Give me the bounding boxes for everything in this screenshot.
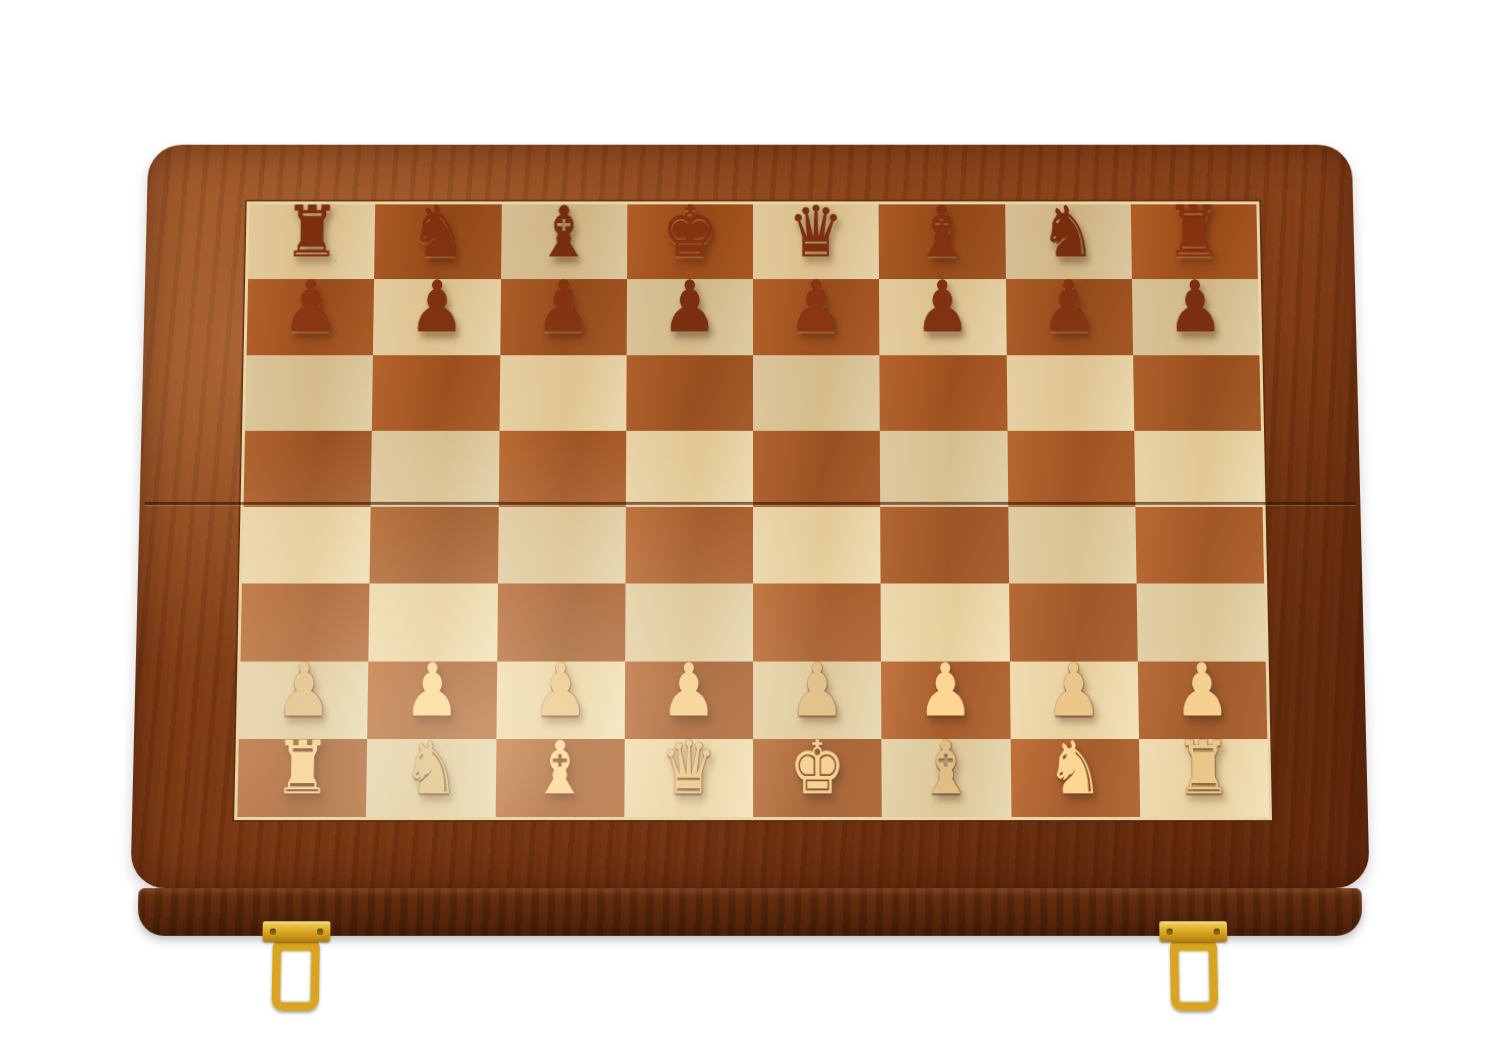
piece-white-pawn[interactable]: ♟ (1173, 654, 1231, 727)
square-g7[interactable]: ♟ (1005, 279, 1132, 354)
square-c6[interactable] (499, 355, 626, 431)
square-d1[interactable]: ♛ (624, 739, 753, 817)
piece-white-pawn[interactable]: ♟ (404, 654, 461, 727)
piece-white-pawn[interactable]: ♟ (661, 654, 718, 727)
square-h1[interactable]: ♜ (1139, 739, 1269, 817)
piece-black-pawn[interactable]: ♟ (915, 273, 971, 344)
square-a6[interactable] (245, 355, 373, 431)
brass-latch-right (1157, 921, 1230, 1011)
square-e5[interactable] (753, 431, 880, 507)
piece-white-rook[interactable]: ♜ (274, 732, 332, 806)
piece-white-pawn[interactable]: ♟ (1045, 654, 1102, 727)
square-d4[interactable] (625, 507, 753, 584)
square-c4[interactable] (497, 507, 625, 584)
piece-black-knight[interactable]: ♞ (1040, 198, 1096, 269)
square-b1[interactable]: ♞ (366, 739, 496, 817)
square-c1[interactable]: ♝ (495, 739, 624, 817)
square-h7[interactable]: ♟ (1132, 279, 1260, 354)
square-b7[interactable]: ♟ (373, 279, 500, 354)
square-f5[interactable] (880, 431, 1008, 507)
square-b6[interactable] (372, 355, 500, 431)
square-g5[interactable] (1007, 431, 1135, 507)
piece-white-pawn[interactable]: ♟ (532, 654, 589, 727)
square-c5[interactable] (498, 431, 626, 507)
piece-black-rook[interactable]: ♜ (1166, 198, 1223, 269)
piece-black-pawn[interactable]: ♟ (535, 273, 591, 344)
square-e7[interactable]: ♟ (753, 279, 880, 354)
piece-white-king[interactable]: ♚ (789, 732, 846, 806)
fold-seam (145, 502, 1356, 505)
square-b4[interactable] (370, 507, 499, 584)
latch-plate-icon (1159, 921, 1227, 942)
square-h4[interactable] (1135, 507, 1264, 584)
square-e4[interactable] (753, 507, 881, 584)
square-d5[interactable] (626, 431, 753, 507)
square-g1[interactable]: ♞ (1010, 739, 1140, 817)
square-c7[interactable]: ♟ (500, 279, 627, 354)
square-g6[interactable] (1006, 355, 1134, 431)
square-h6[interactable] (1133, 355, 1261, 431)
piece-black-queen[interactable]: ♛ (788, 198, 844, 269)
piece-black-knight[interactable]: ♞ (410, 198, 466, 269)
piece-white-pawn[interactable]: ♟ (275, 654, 333, 727)
board-grid: ♜♞♝♚♛♝♞♜♟♟♟♟♟♟♟♟♟♟♟♟♟♟♟♟♜♞♝♛♚♝♞♜ (237, 204, 1269, 817)
piece-black-pawn[interactable]: ♟ (409, 273, 466, 344)
square-f7[interactable]: ♟ (879, 279, 1006, 354)
latch-loop-icon (271, 940, 320, 1011)
product-photo-scene: ♜♞♝♚♛♝♞♜♟♟♟♟♟♟♟♟♟♟♟♟♟♟♟♟♜♞♝♛♚♝♞♜ (0, 0, 1500, 1061)
piece-white-rook[interactable]: ♜ (1175, 732, 1233, 806)
piece-white-knight[interactable]: ♞ (1046, 732, 1104, 806)
chess-board: ♜♞♝♚♛♝♞♜♟♟♟♟♟♟♟♟♟♟♟♟♟♟♟♟♜♞♝♛♚♝♞♜ (129, 145, 1371, 940)
piece-white-pawn[interactable]: ♟ (789, 654, 846, 727)
piece-black-pawn[interactable]: ♟ (662, 273, 718, 344)
piece-black-rook[interactable]: ♜ (284, 198, 341, 269)
piece-black-pawn[interactable]: ♟ (1041, 273, 1098, 344)
piece-white-knight[interactable]: ♞ (402, 732, 460, 806)
piece-black-king[interactable]: ♚ (662, 198, 718, 269)
square-a5[interactable] (244, 431, 373, 507)
square-a4[interactable] (242, 507, 371, 584)
playing-area: ♜♞♝♚♛♝♞♜♟♟♟♟♟♟♟♟♟♟♟♟♟♟♟♟♜♞♝♛♚♝♞♜ (234, 201, 1272, 820)
board-frame: ♜♞♝♚♛♝♞♜♟♟♟♟♟♟♟♟♟♟♟♟♟♟♟♟♜♞♝♛♚♝♞♜ (130, 145, 1369, 888)
square-d6[interactable] (626, 355, 753, 431)
square-h5[interactable] (1134, 431, 1263, 507)
square-e1[interactable]: ♚ (753, 739, 882, 817)
piece-black-pawn[interactable]: ♟ (788, 273, 844, 344)
piece-black-bishop[interactable]: ♝ (536, 198, 592, 269)
latch-plate-icon (262, 921, 330, 942)
piece-white-queen[interactable]: ♛ (660, 732, 717, 806)
piece-black-bishop[interactable]: ♝ (914, 198, 970, 269)
square-f6[interactable] (880, 355, 1007, 431)
piece-white-bishop[interactable]: ♝ (918, 732, 975, 806)
brass-latch-left (259, 921, 333, 1011)
square-e6[interactable] (753, 355, 880, 431)
square-f4[interactable] (880, 507, 1008, 584)
square-g4[interactable] (1008, 507, 1137, 584)
latch-loop-icon (1170, 940, 1219, 1011)
square-a7[interactable]: ♟ (247, 279, 375, 354)
piece-white-pawn[interactable]: ♟ (917, 654, 974, 727)
square-f1[interactable]: ♝ (882, 739, 1011, 817)
piece-black-pawn[interactable]: ♟ (282, 273, 339, 344)
piece-black-pawn[interactable]: ♟ (1167, 273, 1224, 344)
square-b5[interactable] (371, 431, 499, 507)
square-d7[interactable]: ♟ (626, 279, 753, 354)
piece-white-bishop[interactable]: ♝ (531, 732, 588, 806)
square-a1[interactable]: ♜ (237, 739, 367, 817)
